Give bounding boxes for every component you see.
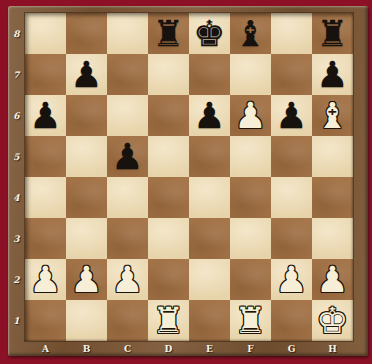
square-g3[interactable]	[271, 218, 312, 259]
square-e2[interactable]	[189, 259, 230, 300]
piece-white-pawn[interactable]: ♟	[271, 259, 312, 300]
square-b3[interactable]	[66, 218, 107, 259]
square-f7[interactable]	[230, 54, 271, 95]
file-labels: ABCDEFGH	[25, 341, 353, 356]
file-label-e: E	[189, 341, 230, 356]
piece-white-pawn[interactable]: ♟	[230, 95, 271, 136]
piece-black-rook[interactable]: ♜	[148, 13, 189, 54]
square-g6[interactable]: ♟	[271, 95, 312, 136]
piece-white-rook[interactable]: ♜	[230, 300, 271, 341]
piece-white-pawn[interactable]: ♟	[312, 259, 353, 300]
piece-white-pawn[interactable]: ♟	[25, 259, 66, 300]
rank-label-7: 7	[8, 54, 25, 95]
piece-black-pawn[interactable]: ♟	[271, 95, 312, 136]
rank-label-1: 1	[8, 300, 25, 341]
piece-white-bishop[interactable]: ♝	[312, 95, 353, 136]
square-d8[interactable]: ♜	[148, 13, 189, 54]
square-b5[interactable]	[66, 136, 107, 177]
square-c6[interactable]	[107, 95, 148, 136]
piece-black-pawn[interactable]: ♟	[312, 54, 353, 95]
square-b7[interactable]: ♟	[66, 54, 107, 95]
square-g2[interactable]: ♟	[271, 259, 312, 300]
square-d3[interactable]	[148, 218, 189, 259]
square-e8[interactable]: ♚	[189, 13, 230, 54]
file-label-b: B	[66, 341, 107, 356]
square-g1[interactable]	[271, 300, 312, 341]
square-e4[interactable]	[189, 177, 230, 218]
square-d7[interactable]	[148, 54, 189, 95]
square-h2[interactable]: ♟	[312, 259, 353, 300]
piece-white-rook[interactable]: ♜	[148, 300, 189, 341]
square-d6[interactable]	[148, 95, 189, 136]
square-h3[interactable]	[312, 218, 353, 259]
rank-label-8: 8	[8, 13, 25, 54]
file-label-c: C	[107, 341, 148, 356]
square-e5[interactable]	[189, 136, 230, 177]
square-h5[interactable]	[312, 136, 353, 177]
file-label-g: G	[271, 341, 312, 356]
piece-black-pawn[interactable]: ♟	[107, 136, 148, 177]
square-f2[interactable]	[230, 259, 271, 300]
piece-black-pawn[interactable]: ♟	[25, 95, 66, 136]
square-a2[interactable]: ♟	[25, 259, 66, 300]
chess-board: ♜♚♝♜♟♟♟♟♟♟♝♟♟♟♟♟♟♜♜♚	[25, 13, 353, 341]
piece-black-bishop[interactable]: ♝	[230, 13, 271, 54]
rank-label-4: 4	[8, 177, 25, 218]
square-h8[interactable]: ♜	[312, 13, 353, 54]
square-f6[interactable]: ♟	[230, 95, 271, 136]
piece-black-pawn[interactable]: ♟	[189, 95, 230, 136]
square-f1[interactable]: ♜	[230, 300, 271, 341]
square-b4[interactable]	[66, 177, 107, 218]
rank-label-3: 3	[8, 218, 25, 259]
square-e1[interactable]	[189, 300, 230, 341]
square-c8[interactable]	[107, 13, 148, 54]
square-g5[interactable]	[271, 136, 312, 177]
square-h6[interactable]: ♝	[312, 95, 353, 136]
square-h7[interactable]: ♟	[312, 54, 353, 95]
square-h4[interactable]	[312, 177, 353, 218]
square-b2[interactable]: ♟	[66, 259, 107, 300]
piece-white-pawn[interactable]: ♟	[66, 259, 107, 300]
square-b8[interactable]	[66, 13, 107, 54]
square-c4[interactable]	[107, 177, 148, 218]
square-f5[interactable]	[230, 136, 271, 177]
square-c7[interactable]	[107, 54, 148, 95]
square-a1[interactable]	[25, 300, 66, 341]
square-b6[interactable]	[66, 95, 107, 136]
square-d5[interactable]	[148, 136, 189, 177]
square-a4[interactable]	[25, 177, 66, 218]
square-a8[interactable]	[25, 13, 66, 54]
square-c3[interactable]	[107, 218, 148, 259]
square-f8[interactable]: ♝	[230, 13, 271, 54]
piece-white-pawn[interactable]: ♟	[107, 259, 148, 300]
file-label-a: A	[25, 341, 66, 356]
piece-black-pawn[interactable]: ♟	[66, 54, 107, 95]
rank-label-5: 5	[8, 136, 25, 177]
square-f3[interactable]	[230, 218, 271, 259]
square-f4[interactable]	[230, 177, 271, 218]
piece-white-king[interactable]: ♚	[312, 300, 353, 341]
square-d2[interactable]	[148, 259, 189, 300]
square-b1[interactable]	[66, 300, 107, 341]
file-label-f: F	[230, 341, 271, 356]
file-label-d: D	[148, 341, 189, 356]
piece-black-king[interactable]: ♚	[189, 13, 230, 54]
page-background: 87654321 ABCDEFGH ♜♚♝♜♟♟♟♟♟♟♝♟♟♟♟♟♟♜♜♚	[0, 0, 372, 364]
square-c1[interactable]	[107, 300, 148, 341]
square-e3[interactable]	[189, 218, 230, 259]
square-e6[interactable]: ♟	[189, 95, 230, 136]
square-h1[interactable]: ♚	[312, 300, 353, 341]
square-a5[interactable]	[25, 136, 66, 177]
square-a7[interactable]	[25, 54, 66, 95]
square-g7[interactable]	[271, 54, 312, 95]
square-a3[interactable]	[25, 218, 66, 259]
board-frame: 87654321 ABCDEFGH ♜♚♝♜♟♟♟♟♟♟♝♟♟♟♟♟♟♜♜♚	[8, 6, 368, 356]
square-a6[interactable]: ♟	[25, 95, 66, 136]
square-c2[interactable]: ♟	[107, 259, 148, 300]
square-e7[interactable]	[189, 54, 230, 95]
piece-black-rook[interactable]: ♜	[312, 13, 353, 54]
square-g8[interactable]	[271, 13, 312, 54]
rank-labels: 87654321	[8, 13, 25, 341]
rank-label-6: 6	[8, 95, 25, 136]
square-g4[interactable]	[271, 177, 312, 218]
square-d4[interactable]	[148, 177, 189, 218]
file-label-h: H	[312, 341, 353, 356]
square-c5[interactable]: ♟	[107, 136, 148, 177]
square-d1[interactable]: ♜	[148, 300, 189, 341]
rank-label-2: 2	[8, 259, 25, 300]
